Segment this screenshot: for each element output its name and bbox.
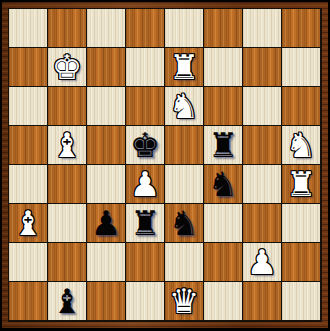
square-a7[interactable] bbox=[9, 48, 48, 87]
square-d8[interactable] bbox=[126, 9, 165, 48]
square-f2[interactable] bbox=[204, 243, 243, 282]
square-h6[interactable] bbox=[282, 87, 321, 126]
square-g6[interactable] bbox=[243, 87, 282, 126]
square-b7[interactable]: ♚ bbox=[48, 48, 87, 87]
piece-white-rook[interactable]: ♜ bbox=[169, 48, 199, 87]
square-b3[interactable] bbox=[48, 204, 87, 243]
square-f8[interactable] bbox=[204, 9, 243, 48]
square-g1[interactable] bbox=[243, 282, 282, 321]
piece-black-bishop[interactable]: ♝ bbox=[52, 282, 82, 321]
square-g5[interactable] bbox=[243, 126, 282, 165]
square-b1[interactable]: ♝ bbox=[48, 282, 87, 321]
square-d2[interactable] bbox=[126, 243, 165, 282]
square-c5[interactable] bbox=[87, 126, 126, 165]
square-c7[interactable] bbox=[87, 48, 126, 87]
square-e2[interactable] bbox=[165, 243, 204, 282]
square-g3[interactable] bbox=[243, 204, 282, 243]
square-e1[interactable]: ♛ bbox=[165, 282, 204, 321]
chess-board: ♚♜♞♝♚♜♞♟♞♜♝♟♜♞♟♝♛ bbox=[8, 8, 322, 322]
square-f1[interactable] bbox=[204, 282, 243, 321]
square-c8[interactable] bbox=[87, 9, 126, 48]
square-e3[interactable]: ♞ bbox=[165, 204, 204, 243]
piece-black-rook[interactable]: ♜ bbox=[208, 126, 238, 165]
square-e6[interactable]: ♞ bbox=[165, 87, 204, 126]
square-f4[interactable]: ♞ bbox=[204, 165, 243, 204]
piece-black-rook[interactable]: ♜ bbox=[130, 204, 160, 243]
square-d1[interactable] bbox=[126, 282, 165, 321]
square-h2[interactable] bbox=[282, 243, 321, 282]
square-c2[interactable] bbox=[87, 243, 126, 282]
square-h7[interactable] bbox=[282, 48, 321, 87]
square-d7[interactable] bbox=[126, 48, 165, 87]
square-e5[interactable] bbox=[165, 126, 204, 165]
piece-white-bishop[interactable]: ♝ bbox=[13, 204, 43, 243]
piece-white-queen[interactable]: ♛ bbox=[169, 282, 199, 321]
square-d5[interactable]: ♚ bbox=[126, 126, 165, 165]
square-e4[interactable] bbox=[165, 165, 204, 204]
square-a1[interactable] bbox=[9, 282, 48, 321]
square-g4[interactable] bbox=[243, 165, 282, 204]
square-c6[interactable] bbox=[87, 87, 126, 126]
square-d4[interactable]: ♟ bbox=[126, 165, 165, 204]
square-b2[interactable] bbox=[48, 243, 87, 282]
square-h8[interactable] bbox=[282, 9, 321, 48]
piece-white-knight[interactable]: ♞ bbox=[169, 87, 199, 126]
square-d6[interactable] bbox=[126, 87, 165, 126]
square-e7[interactable]: ♜ bbox=[165, 48, 204, 87]
square-c1[interactable] bbox=[87, 282, 126, 321]
square-d3[interactable]: ♜ bbox=[126, 204, 165, 243]
square-b8[interactable] bbox=[48, 9, 87, 48]
square-a3[interactable]: ♝ bbox=[9, 204, 48, 243]
piece-black-knight[interactable]: ♞ bbox=[169, 204, 199, 243]
square-f5[interactable]: ♜ bbox=[204, 126, 243, 165]
square-h3[interactable] bbox=[282, 204, 321, 243]
chess-screenshot: ♚♜♞♝♚♜♞♟♞♜♝♟♜♞♟♝♛ bbox=[0, 0, 330, 331]
piece-white-king[interactable]: ♚ bbox=[52, 48, 82, 87]
square-h4[interactable]: ♜ bbox=[282, 165, 321, 204]
square-f7[interactable] bbox=[204, 48, 243, 87]
square-h1[interactable] bbox=[282, 282, 321, 321]
board-frame: ♚♜♞♝♚♜♞♟♞♜♝♟♜♞♟♝♛ bbox=[2, 2, 328, 328]
square-c3[interactable]: ♟ bbox=[87, 204, 126, 243]
piece-white-rook[interactable]: ♜ bbox=[286, 165, 316, 204]
piece-black-knight[interactable]: ♞ bbox=[208, 165, 238, 204]
piece-white-pawn[interactable]: ♟ bbox=[130, 165, 160, 204]
square-a5[interactable] bbox=[9, 126, 48, 165]
square-b6[interactable] bbox=[48, 87, 87, 126]
square-f3[interactable] bbox=[204, 204, 243, 243]
square-a6[interactable] bbox=[9, 87, 48, 126]
square-h5[interactable]: ♞ bbox=[282, 126, 321, 165]
piece-white-knight[interactable]: ♞ bbox=[286, 126, 316, 165]
square-e8[interactable] bbox=[165, 9, 204, 48]
piece-white-pawn[interactable]: ♟ bbox=[247, 243, 277, 282]
square-c4[interactable] bbox=[87, 165, 126, 204]
piece-black-pawn[interactable]: ♟ bbox=[91, 204, 121, 243]
piece-black-king[interactable]: ♚ bbox=[130, 126, 160, 165]
square-a8[interactable] bbox=[9, 9, 48, 48]
square-g2[interactable]: ♟ bbox=[243, 243, 282, 282]
square-f6[interactable] bbox=[204, 87, 243, 126]
square-b4[interactable] bbox=[48, 165, 87, 204]
square-a2[interactable] bbox=[9, 243, 48, 282]
piece-white-bishop[interactable]: ♝ bbox=[52, 126, 82, 165]
square-g7[interactable] bbox=[243, 48, 282, 87]
square-b5[interactable]: ♝ bbox=[48, 126, 87, 165]
square-g8[interactable] bbox=[243, 9, 282, 48]
square-a4[interactable] bbox=[9, 165, 48, 204]
